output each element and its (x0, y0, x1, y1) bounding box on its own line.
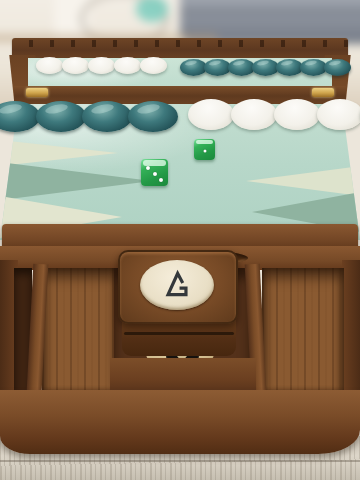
white-checker[interactable] (114, 57, 141, 74)
white-checker[interactable] (317, 99, 360, 130)
white-checker[interactable] (36, 57, 63, 74)
white-checker[interactable] (62, 57, 89, 74)
dice-box-lid-seam (124, 332, 234, 335)
white-checker[interactable] (274, 99, 320, 130)
die-pip (203, 149, 206, 152)
die-pip (153, 172, 157, 176)
tray-near-rail (0, 390, 360, 454)
die-pip (159, 178, 163, 182)
teal-checker[interactable] (36, 101, 86, 132)
tray-right-compartment (262, 268, 344, 392)
teal-checker[interactable] (300, 59, 327, 76)
white-checker[interactable] (231, 99, 277, 130)
teal-checker[interactable] (180, 59, 207, 76)
teal-checker[interactable] (228, 59, 255, 76)
die-pip (146, 166, 150, 170)
triangle-monogram-logo-icon (160, 269, 194, 301)
brass-hinge-right (312, 88, 334, 97)
teal-checker[interactable] (252, 59, 279, 76)
green-die-3[interactable] (141, 159, 168, 186)
floor-plank-gap (0, 460, 360, 462)
teal-checker[interactable] (128, 101, 178, 132)
brand-medallion (140, 260, 214, 310)
tray-right-wall (342, 260, 360, 396)
far-rail-notches (12, 40, 348, 47)
teal-checker[interactable] (82, 101, 132, 132)
board-far-rail (12, 38, 348, 60)
white-checker[interactable] (88, 57, 115, 74)
teal-checker[interactable] (276, 59, 303, 76)
white-checker[interactable] (188, 99, 234, 130)
center-well-front-wall (110, 358, 256, 394)
teal-checker[interactable] (204, 59, 231, 76)
white-checker[interactable] (140, 57, 167, 74)
brass-hinge-left (26, 88, 48, 97)
teal-checker[interactable] (324, 59, 351, 76)
sofa-cushion-seam (180, 10, 360, 13)
tray-left-compartment (42, 268, 118, 392)
green-die-1[interactable] (194, 139, 215, 160)
backgammon-photo-scene (0, 0, 360, 480)
point-triangle (246, 166, 360, 196)
